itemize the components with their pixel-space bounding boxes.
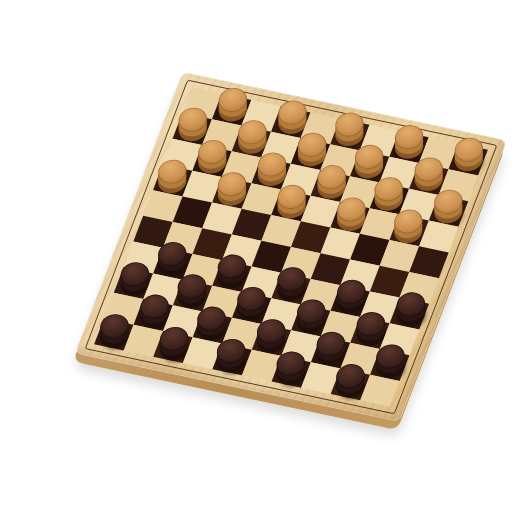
product-photo-scene	[0, 0, 522, 522]
board-grid	[94, 87, 488, 406]
